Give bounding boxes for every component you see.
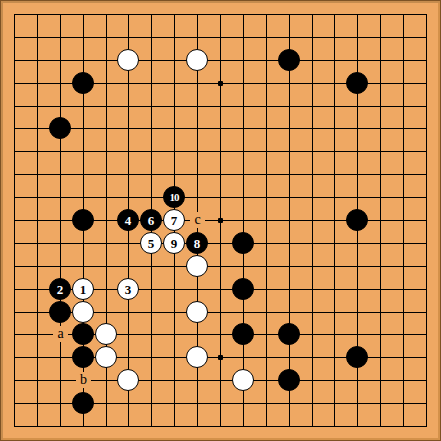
stone-white-move-5-g9: 5	[140, 232, 162, 254]
move-number: 10	[170, 192, 179, 203]
stone-white-move-3-f7: 3	[117, 278, 139, 300]
grid-line-vertical-12	[266, 14, 267, 427]
stone-white-l3	[232, 369, 254, 391]
stone-black-c6	[49, 301, 71, 323]
move-number: 4	[125, 214, 132, 227]
grid-line-vertical-17	[380, 14, 381, 427]
move-number: 9	[171, 237, 178, 250]
go-board: abc12345678910	[0, 0, 441, 441]
stone-black-n5	[278, 323, 300, 345]
grid-line-vertical-15	[334, 14, 335, 427]
move-number: 1	[80, 283, 87, 296]
move-number: 3	[125, 283, 132, 296]
grid-line-horizontal-12	[14, 266, 427, 267]
stone-black-n3	[278, 369, 300, 391]
stone-black-move-6-g10: 6	[140, 209, 162, 231]
move-number: 8	[194, 237, 201, 250]
star-point	[218, 355, 223, 360]
stone-black-move-2-c7: 2	[49, 278, 71, 300]
point-label-a: a	[53, 326, 68, 342]
stone-black-d5	[72, 323, 94, 345]
stone-black-move-8-j9: 8	[186, 232, 208, 254]
point-label-b: b	[76, 372, 91, 388]
stone-black-move-10-h11: 10	[163, 186, 185, 208]
stone-white-j8	[186, 255, 208, 277]
grid-line-vertical-14	[312, 14, 313, 427]
stone-black-d2	[72, 392, 94, 414]
stone-black-l9	[232, 232, 254, 254]
stone-white-e5	[95, 323, 117, 345]
grid-line-horizontal-11	[14, 243, 427, 244]
stone-white-e4	[95, 346, 117, 368]
move-number: 2	[57, 283, 64, 296]
star-point	[218, 218, 223, 223]
stone-white-j17	[186, 49, 208, 71]
stone-black-d16	[72, 72, 94, 94]
stone-black-q10	[346, 209, 368, 231]
star-point	[218, 81, 223, 86]
grid-line-horizontal-19	[14, 426, 427, 427]
point-label-c: c	[190, 212, 205, 228]
stone-white-move-7-h10: 7	[163, 209, 185, 231]
stone-black-l7	[232, 278, 254, 300]
stone-black-d4	[72, 346, 94, 368]
stone-black-d10	[72, 209, 94, 231]
grid-line-vertical-18	[403, 14, 404, 427]
move-number: 5	[148, 237, 155, 250]
stone-black-c14	[49, 117, 71, 139]
stone-white-d6	[72, 301, 94, 323]
stone-white-j6	[186, 301, 208, 323]
stone-white-f3	[117, 369, 139, 391]
grid-line-vertical-19	[426, 14, 427, 427]
stone-white-move-1-d7: 1	[72, 278, 94, 300]
move-number: 7	[171, 214, 178, 227]
stone-white-f17	[117, 49, 139, 71]
stone-black-q16	[346, 72, 368, 94]
move-number: 6	[148, 214, 155, 227]
stone-black-q4	[346, 346, 368, 368]
stone-white-move-9-h9: 9	[163, 232, 185, 254]
stone-black-l5	[232, 323, 254, 345]
stone-black-move-4-f10: 4	[117, 209, 139, 231]
stone-black-n17	[278, 49, 300, 71]
grid-line-vertical-13	[289, 14, 290, 427]
grid-line-vertical-11	[243, 14, 244, 427]
stone-white-j4	[186, 346, 208, 368]
